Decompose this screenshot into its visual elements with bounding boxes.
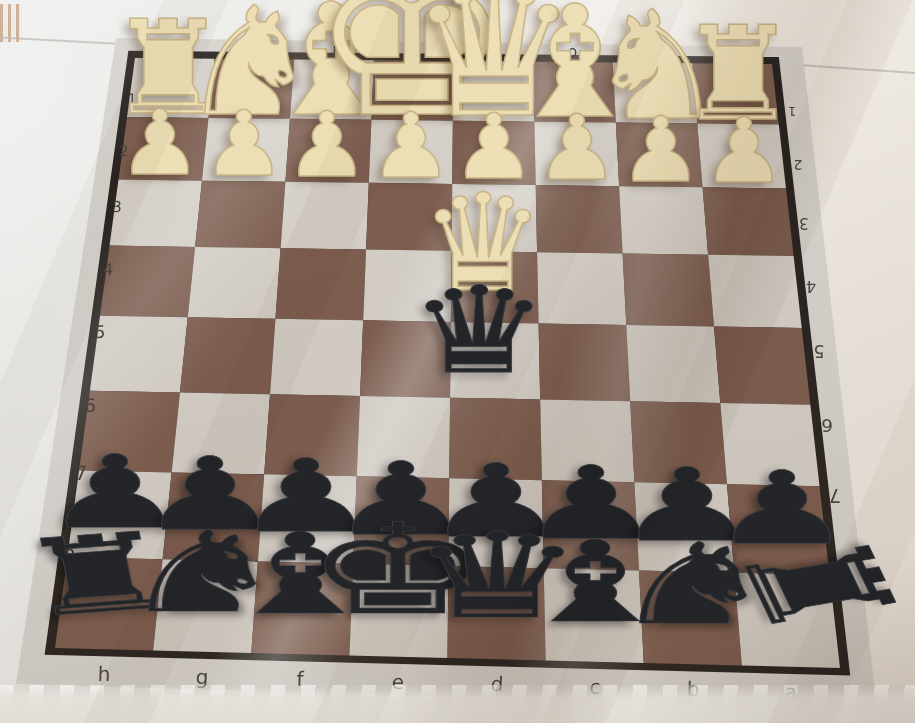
rank-label-left-5: 5 bbox=[94, 322, 106, 342]
piece-white-pawn-f2[interactable]: ♟ bbox=[285, 100, 369, 190]
rank-label-left-3: 3 bbox=[112, 198, 122, 216]
rank-label-right-2: 2 bbox=[793, 157, 802, 173]
rank-label-left-6: 6 bbox=[84, 394, 97, 415]
table-seam-right bbox=[792, 63, 915, 74]
piece-white-pawn-g2[interactable]: ♟ bbox=[202, 98, 286, 188]
file-label-bottom-h: h bbox=[97, 662, 111, 686]
piece-white-pawn-b2[interactable]: ♟ bbox=[619, 104, 703, 194]
rank-label-right-4: 4 bbox=[806, 277, 816, 296]
photo-scene: 11hh22gg33ff44ee55dd66cc77bb88aa ♜♞♝♚♛♝♞… bbox=[0, 0, 915, 723]
file-label-bottom-a: a bbox=[784, 680, 797, 704]
rank-label-right-5: 5 bbox=[813, 341, 824, 361]
piece-white-pawn-c2[interactable]: ♟ bbox=[535, 103, 619, 193]
rank-label-right-6: 6 bbox=[821, 415, 833, 436]
rank-label-right-3: 3 bbox=[799, 214, 809, 232]
file-label-bottom-e: e bbox=[392, 670, 405, 694]
file-label-bottom-c: c bbox=[589, 675, 601, 699]
file-label-bottom-g: g bbox=[195, 665, 209, 689]
file-label-bottom-b: b bbox=[686, 677, 700, 701]
file-label-bottom-d: d bbox=[490, 672, 504, 696]
piece-white-pawn-a2[interactable]: ♟ bbox=[702, 105, 786, 195]
piece-black-queen-d5[interactable]: ♛ bbox=[409, 270, 550, 390]
file-label-bottom-f: f bbox=[296, 667, 304, 691]
piece-white-pawn-h2[interactable]: ♟ bbox=[118, 97, 202, 187]
rank-label-left-4: 4 bbox=[103, 260, 114, 279]
